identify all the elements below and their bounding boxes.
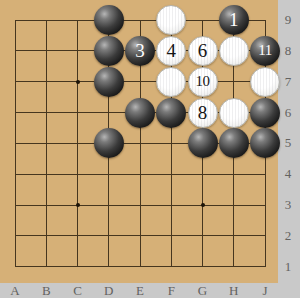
column-label-H: H bbox=[224, 284, 244, 298]
stone-black-H5[interactable] bbox=[219, 128, 249, 158]
row-label-9: 9 bbox=[278, 13, 298, 27]
stone-black-H9[interactable]: 1 bbox=[219, 5, 249, 35]
move-number-6: 6 bbox=[189, 37, 217, 65]
stone-black-D5[interactable] bbox=[94, 128, 124, 158]
star-point-C7 bbox=[76, 80, 80, 84]
go-board-diagram: ABCDEFGHJ987654321134611108 bbox=[0, 0, 300, 298]
star-point-G3 bbox=[201, 203, 205, 207]
column-label-D: D bbox=[99, 284, 119, 298]
stone-white-G7[interactable]: 10 bbox=[188, 67, 218, 97]
row-label-4: 4 bbox=[278, 167, 298, 181]
column-label-F: F bbox=[161, 284, 181, 298]
stone-black-E8[interactable]: 3 bbox=[125, 36, 155, 66]
column-label-E: E bbox=[130, 284, 150, 298]
column-label-G: G bbox=[193, 284, 213, 298]
stone-black-D9[interactable] bbox=[94, 5, 124, 35]
column-label-J: J bbox=[255, 284, 275, 298]
stone-white-H8[interactable] bbox=[219, 36, 249, 66]
row-label-6: 6 bbox=[278, 106, 298, 120]
star-point-C3 bbox=[76, 203, 80, 207]
stone-black-J8[interactable]: 11 bbox=[250, 36, 280, 66]
row-label-1: 1 bbox=[278, 260, 298, 274]
grid-line-vertical bbox=[15, 20, 16, 268]
row-label-5: 5 bbox=[278, 136, 298, 150]
stone-white-G8[interactable]: 6 bbox=[188, 36, 218, 66]
stone-white-H6[interactable] bbox=[219, 98, 249, 128]
stone-white-F8[interactable]: 4 bbox=[156, 36, 186, 66]
move-number-4: 4 bbox=[157, 37, 185, 65]
column-label-B: B bbox=[36, 284, 56, 298]
move-number-1: 1 bbox=[219, 5, 249, 35]
move-number-11: 11 bbox=[250, 36, 280, 66]
row-label-7: 7 bbox=[278, 75, 298, 89]
stone-black-D8[interactable] bbox=[94, 36, 124, 66]
move-number-8: 8 bbox=[189, 99, 217, 127]
stone-white-J7[interactable] bbox=[250, 67, 280, 97]
stone-black-D7[interactable] bbox=[94, 67, 124, 97]
column-label-C: C bbox=[68, 284, 88, 298]
row-label-8: 8 bbox=[278, 44, 298, 58]
row-label-2: 2 bbox=[278, 229, 298, 243]
stone-white-G6[interactable]: 8 bbox=[188, 98, 218, 128]
stone-black-E6[interactable] bbox=[125, 98, 155, 128]
grid-line-vertical bbox=[77, 20, 78, 268]
column-label-A: A bbox=[5, 284, 25, 298]
move-number-10: 10 bbox=[189, 68, 217, 96]
row-label-3: 3 bbox=[278, 198, 298, 212]
move-number-3: 3 bbox=[125, 36, 155, 66]
stone-white-F7[interactable] bbox=[156, 67, 186, 97]
grid-line-vertical bbox=[46, 20, 47, 268]
stone-black-F6[interactable] bbox=[156, 98, 186, 128]
stone-black-G5[interactable] bbox=[188, 128, 218, 158]
stone-black-J6[interactable] bbox=[250, 98, 280, 128]
